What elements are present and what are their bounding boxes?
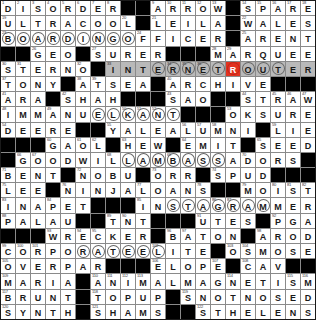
cell-r8c21[interactable]: E: [301, 107, 315, 121]
cell-r11c10[interactable]: A: [136, 153, 150, 167]
cell-r11c17[interactable]: 70D: [241, 153, 255, 167]
cell-r3c5[interactable]: D: [61, 31, 75, 45]
cell-r11c5[interactable]: D: [61, 153, 75, 167]
cell-r21c1[interactable]: 120S: [1, 305, 15, 319]
cell-r19c21[interactable]: 116M: [301, 274, 315, 288]
cell-r2c12[interactable]: E: [166, 16, 180, 30]
cursor-cell-r5c16[interactable]: R: [226, 62, 240, 76]
cell-r11c2[interactable]: 66G: [16, 153, 30, 167]
cell-r4c16[interactable]: 29A: [226, 47, 240, 61]
cell-r15c16[interactable]: E: [226, 214, 240, 228]
cell-r18c18[interactable]: A: [256, 259, 270, 273]
cell-r14c17[interactable]: A: [241, 198, 255, 212]
cell-r4c11[interactable]: R: [151, 47, 165, 61]
cell-r5c19[interactable]: T: [271, 62, 285, 76]
cell-r18c1[interactable]: 105O: [1, 259, 15, 273]
cell-r17c11[interactable]: 102L: [151, 244, 165, 258]
cell-r3c12[interactable]: I: [166, 31, 180, 45]
cell-r20c21[interactable]: D: [301, 290, 315, 304]
cell-r16c18[interactable]: 98A: [256, 229, 270, 243]
cell-r21c8[interactable]: H: [106, 305, 120, 319]
cell-r13c18[interactable]: O: [256, 183, 270, 197]
cell-r13c10[interactable]: 77L: [136, 183, 150, 197]
cell-r2c15[interactable]: A: [211, 16, 225, 30]
cell-r21c11[interactable]: S: [151, 305, 165, 319]
cell-r11c16[interactable]: A: [226, 153, 240, 167]
cell-r12c7[interactable]: O: [91, 168, 105, 182]
cell-r21c10[interactable]: M: [136, 305, 150, 319]
cell-r21c21[interactable]: S: [301, 305, 315, 319]
cell-r20c19[interactable]: S: [271, 290, 285, 304]
cell-r3c17[interactable]: 25A: [241, 31, 255, 45]
cell-r13c1[interactable]: 75L: [1, 183, 15, 197]
cell-r12c6[interactable]: 72N: [76, 168, 90, 182]
cell-r19c2[interactable]: A: [16, 274, 30, 288]
cell-r15c15[interactable]: T: [211, 214, 225, 228]
cell-r6c9[interactable]: E: [121, 77, 135, 91]
cell-r13c20[interactable]: 81S: [286, 183, 300, 197]
cell-r4c17[interactable]: R: [241, 47, 255, 61]
cell-r20c3[interactable]: U: [31, 290, 45, 304]
cell-r14c19[interactable]: M: [271, 198, 285, 212]
cell-r3c13[interactable]: C: [181, 31, 195, 45]
cell-r12c8[interactable]: B: [106, 168, 120, 182]
cell-r8c19[interactable]: U: [271, 107, 285, 121]
cell-r5c18[interactable]: U: [256, 62, 270, 76]
cell-r1c1[interactable]: 1D: [1, 1, 15, 15]
cell-r3c3[interactable]: A: [31, 31, 45, 45]
cell-r21c7[interactable]: 121S: [91, 305, 105, 319]
cell-r18c2[interactable]: V: [16, 259, 30, 273]
cell-r9c8[interactable]: 55Y: [106, 123, 120, 137]
cell-r8c7[interactable]: E: [91, 107, 105, 121]
cell-r14c14[interactable]: A: [196, 198, 210, 212]
cell-r1c21[interactable]: 18E: [301, 1, 315, 15]
cell-r17c1[interactable]: 99C: [1, 244, 15, 258]
cell-r19c11[interactable]: A: [151, 274, 165, 288]
cell-r21c2[interactable]: Y: [16, 305, 30, 319]
cell-r20c10[interactable]: U: [136, 290, 150, 304]
cell-r6c6[interactable]: 38A: [76, 77, 90, 91]
cell-r10c14[interactable]: M: [196, 138, 210, 152]
cell-r2c21[interactable]: S: [301, 16, 315, 30]
cell-r16c5[interactable]: R: [61, 229, 75, 243]
cell-r10c13[interactable]: 64E: [181, 138, 195, 152]
cell-r8c3[interactable]: M: [31, 107, 45, 121]
cell-r9c14[interactable]: 57U: [196, 123, 210, 137]
cell-r17c19[interactable]: O: [271, 244, 285, 258]
cell-r1c3[interactable]: 3S: [31, 1, 45, 15]
cell-r14c2[interactable]: N: [16, 198, 30, 212]
cell-r20c4[interactable]: N: [46, 290, 60, 304]
cell-r15c10[interactable]: T: [136, 214, 150, 228]
cell-r5c14[interactable]: 36E: [196, 62, 210, 76]
cell-r19c20[interactable]: 115S: [286, 274, 300, 288]
cell-r9c3[interactable]: E: [31, 123, 45, 137]
cell-r9c16[interactable]: N: [226, 123, 240, 137]
cell-r14c3[interactable]: A: [31, 198, 45, 212]
cell-r6c13[interactable]: R: [181, 77, 195, 91]
cell-r1c19[interactable]: 16A: [271, 1, 285, 15]
cell-r3c2[interactable]: O: [16, 31, 30, 45]
cell-r7c6[interactable]: H: [76, 92, 90, 106]
cell-r13c14[interactable]: 78S: [196, 183, 210, 197]
cell-r12c11[interactable]: 73O: [151, 168, 165, 182]
cell-r11c9[interactable]: L: [121, 153, 135, 167]
cell-r14c10[interactable]: 85I: [136, 198, 150, 212]
cell-r21c16[interactable]: H: [226, 305, 240, 319]
cell-r2c3[interactable]: T: [31, 16, 45, 30]
cell-r19c3[interactable]: R: [31, 274, 45, 288]
cell-r4c5[interactable]: O: [61, 47, 75, 61]
cell-r17c17[interactable]: 104S: [241, 244, 255, 258]
cell-r4c19[interactable]: U: [271, 47, 285, 61]
cell-r21c9[interactable]: A: [121, 305, 135, 319]
cell-r5c13[interactable]: 35N: [181, 62, 195, 76]
cell-r13c7[interactable]: N: [91, 183, 105, 197]
cell-r11c18[interactable]: O: [256, 153, 270, 167]
cell-r18c17[interactable]: 108C: [241, 259, 255, 273]
cell-r17c9[interactable]: E: [121, 244, 135, 258]
cell-r7c5[interactable]: 42S: [61, 92, 75, 106]
cell-r21c4[interactable]: T: [46, 305, 60, 319]
cell-r5c5[interactable]: N: [61, 62, 75, 76]
cell-r1c18[interactable]: 15P: [256, 1, 270, 15]
cell-r19c15[interactable]: G: [211, 274, 225, 288]
cell-r15c14[interactable]: 91U: [196, 214, 210, 228]
cell-r18c11[interactable]: 106E: [151, 259, 165, 273]
cell-r5c15[interactable]: T: [211, 62, 225, 76]
cell-r9c5[interactable]: E: [61, 123, 75, 137]
cell-r16c15[interactable]: O: [211, 229, 225, 243]
cell-r1c4[interactable]: 4O: [46, 1, 60, 15]
cell-r2c11[interactable]: 21L: [151, 16, 165, 30]
cell-r18c7[interactable]: R: [91, 259, 105, 273]
cell-r17c18[interactable]: M: [256, 244, 270, 258]
cell-r18c12[interactable]: L: [166, 259, 180, 273]
cell-r10c20[interactable]: E: [286, 138, 300, 152]
cell-r18c3[interactable]: E: [31, 259, 45, 273]
cell-r2c8[interactable]: O: [106, 16, 120, 30]
cell-r2c9[interactable]: 20L: [121, 16, 135, 30]
cell-r20c5[interactable]: T: [61, 290, 75, 304]
cell-r21c15[interactable]: T: [211, 305, 225, 319]
cell-r21c17[interactable]: E: [241, 305, 255, 319]
cell-r20c17[interactable]: N: [241, 290, 255, 304]
cell-r3c7[interactable]: N: [91, 31, 105, 45]
cell-r12c12[interactable]: R: [166, 168, 180, 182]
cell-r3c15[interactable]: R: [211, 31, 225, 45]
cell-r11c19[interactable]: R: [271, 153, 285, 167]
cell-r17c8[interactable]: T: [106, 244, 120, 258]
cell-r3c19[interactable]: E: [271, 31, 285, 45]
cell-r7c12[interactable]: 43S: [166, 92, 180, 106]
cell-r20c1[interactable]: 117B: [1, 290, 15, 304]
cell-r20c18[interactable]: O: [256, 290, 270, 304]
cell-r12c3[interactable]: N: [31, 168, 45, 182]
cell-r1c14[interactable]: 12O: [196, 1, 210, 15]
cell-r16c16[interactable]: N: [226, 229, 240, 243]
cell-r8c1[interactable]: 48I: [1, 107, 15, 121]
cell-r15c9[interactable]: 90N: [121, 214, 135, 228]
cell-r17c3[interactable]: 101R: [31, 244, 45, 258]
cell-r18c15[interactable]: 107E: [211, 259, 225, 273]
cell-r3c6[interactable]: I: [76, 31, 90, 45]
cell-r19c17[interactable]: E: [241, 274, 255, 288]
cell-r8c10[interactable]: 51A: [136, 107, 150, 121]
cell-r17c12[interactable]: I: [166, 244, 180, 258]
cell-r13c19[interactable]: 80I: [271, 183, 285, 197]
cell-r3c21[interactable]: T: [301, 31, 315, 45]
cell-r5c3[interactable]: E: [31, 62, 45, 76]
cell-r11c3[interactable]: 67O: [31, 153, 45, 167]
cell-r7c2[interactable]: R: [16, 92, 30, 106]
cell-r5c20[interactable]: E: [286, 62, 300, 76]
cell-r12c18[interactable]: D: [256, 168, 270, 182]
cell-r4c8[interactable]: U: [106, 47, 120, 61]
cell-r19c1[interactable]: 109M: [1, 274, 15, 288]
cell-r2c4[interactable]: R: [46, 16, 60, 30]
cell-r11c11[interactable]: M: [151, 153, 165, 167]
cell-r10c6[interactable]: 61O: [76, 138, 90, 152]
cell-r1c5[interactable]: 5R: [61, 1, 75, 15]
cell-r10c11[interactable]: W: [151, 138, 165, 152]
cell-r7c19[interactable]: 45R: [271, 92, 285, 106]
cell-r19c4[interactable]: I: [46, 274, 60, 288]
cell-r11c20[interactable]: S: [286, 153, 300, 167]
cell-r5c21[interactable]: R: [301, 62, 315, 76]
cell-r15c1[interactable]: 88P: [1, 214, 15, 228]
cell-r1c11[interactable]: 9A: [151, 1, 165, 15]
cell-r2c14[interactable]: L: [196, 16, 210, 30]
cell-r9c17[interactable]: I: [241, 123, 255, 137]
cell-r10c21[interactable]: D: [301, 138, 315, 152]
cell-r9c13[interactable]: 56L: [181, 123, 195, 137]
cell-r3c8[interactable]: G: [106, 31, 120, 45]
cell-r14c18[interactable]: M: [256, 198, 270, 212]
cell-r10c18[interactable]: 65S: [256, 138, 270, 152]
cell-r5c17[interactable]: O: [241, 62, 255, 76]
cell-r15c5[interactable]: U: [61, 214, 75, 228]
cell-r20c8[interactable]: O: [106, 290, 120, 304]
cell-r6c10[interactable]: A: [136, 77, 150, 91]
cell-r1c6[interactable]: 6D: [76, 1, 90, 15]
cell-r3c4[interactable]: R: [46, 31, 60, 45]
cell-r1c2[interactable]: 2I: [16, 1, 30, 15]
cell-r16c20[interactable]: O: [286, 229, 300, 243]
cell-r14c16[interactable]: 87R: [226, 198, 240, 212]
cell-r4c18[interactable]: Q: [256, 47, 270, 61]
cell-r20c13[interactable]: 119S: [181, 290, 195, 304]
cell-r6c1[interactable]: 37T: [1, 77, 15, 91]
cell-r8c8[interactable]: L: [106, 107, 120, 121]
cell-r7c18[interactable]: T: [256, 92, 270, 106]
cell-r17c20[interactable]: S: [286, 244, 300, 258]
cell-r17c16[interactable]: 103O: [226, 244, 240, 258]
cell-r18c13[interactable]: O: [181, 259, 195, 273]
cell-r7c8[interactable]: H: [106, 92, 120, 106]
cell-r7c7[interactable]: A: [91, 92, 105, 106]
cell-r15c4[interactable]: A: [46, 214, 60, 228]
cell-r13c9[interactable]: A: [121, 183, 135, 197]
cell-r20c11[interactable]: P: [151, 290, 165, 304]
cell-r19c14[interactable]: A: [196, 274, 210, 288]
cell-r4c7[interactable]: 27S: [91, 47, 105, 61]
cell-r12c13[interactable]: R: [181, 168, 195, 182]
cell-r1c20[interactable]: 17R: [286, 1, 300, 15]
cell-r11c7[interactable]: I: [91, 153, 105, 167]
cell-r15c21[interactable]: A: [301, 214, 315, 228]
cell-r10c19[interactable]: E: [271, 138, 285, 152]
cell-r6c15[interactable]: H: [211, 77, 225, 91]
cell-r14c5[interactable]: E: [61, 198, 75, 212]
cell-r5c2[interactable]: 31T: [16, 62, 30, 76]
cell-r17c2[interactable]: 100O: [16, 244, 30, 258]
cell-r5c11[interactable]: E: [151, 62, 165, 76]
cell-r4c15[interactable]: 28M: [211, 47, 225, 61]
cell-r14c20[interactable]: E: [286, 198, 300, 212]
cell-r16c10[interactable]: R: [136, 229, 150, 243]
cell-r6c4[interactable]: Y: [46, 77, 60, 91]
cell-r11c6[interactable]: W: [76, 153, 90, 167]
cell-r14c6[interactable]: T: [76, 198, 90, 212]
cell-r10c7[interactable]: 62L: [91, 138, 105, 152]
cell-r12c9[interactable]: U: [121, 168, 135, 182]
cell-r16c4[interactable]: 93W: [46, 229, 60, 243]
cell-r1c15[interactable]: 13W: [211, 1, 225, 15]
cell-r20c2[interactable]: R: [16, 290, 30, 304]
cell-r15c17[interactable]: S: [241, 214, 255, 228]
cell-r13c5[interactable]: 76N: [61, 183, 75, 197]
cell-r18c14[interactable]: P: [196, 259, 210, 273]
cell-r16c8[interactable]: K: [106, 229, 120, 243]
cell-r12c15[interactable]: 74S: [211, 168, 225, 182]
cell-r4c21[interactable]: E: [301, 47, 315, 61]
cell-r18c19[interactable]: V: [271, 259, 285, 273]
cell-r16c6[interactable]: 94E: [76, 229, 90, 243]
cell-r5c8[interactable]: 33I: [106, 62, 120, 76]
cell-r2c7[interactable]: O: [91, 16, 105, 30]
cell-r20c14[interactable]: N: [196, 290, 210, 304]
cell-r3c10[interactable]: 24F: [136, 31, 150, 45]
cell-r15c20[interactable]: G: [286, 214, 300, 228]
cell-r8c9[interactable]: 50K: [121, 107, 135, 121]
cell-r5c6[interactable]: 32O: [76, 62, 90, 76]
cell-r14c21[interactable]: R: [301, 198, 315, 212]
cell-r4c3[interactable]: 26G: [31, 47, 45, 61]
cell-r19c5[interactable]: A: [61, 274, 75, 288]
cell-r16c7[interactable]: 95C: [91, 229, 105, 243]
cell-r6c18[interactable]: E: [256, 77, 270, 91]
cell-r8c11[interactable]: 52N: [151, 107, 165, 121]
cell-r9c19[interactable]: 59L: [271, 123, 285, 137]
cell-r10c10[interactable]: E: [136, 138, 150, 152]
cell-r21c5[interactable]: H: [61, 305, 75, 319]
cell-r6c17[interactable]: V: [241, 77, 255, 91]
cell-r4c10[interactable]: E: [136, 47, 150, 61]
cell-r20c9[interactable]: P: [121, 290, 135, 304]
cell-r6c14[interactable]: C: [196, 77, 210, 91]
cell-r8c16[interactable]: 53O: [226, 107, 240, 121]
cell-r8c17[interactable]: K: [241, 107, 255, 121]
cell-r7c14[interactable]: O: [196, 92, 210, 106]
cell-r13c21[interactable]: 82T: [301, 183, 315, 197]
cell-r8c6[interactable]: U: [76, 107, 90, 121]
cell-r3c14[interactable]: E: [196, 31, 210, 45]
cell-r6c7[interactable]: 39T: [91, 77, 105, 91]
cell-r20c7[interactable]: 118T: [91, 290, 105, 304]
cell-r17c21[interactable]: E: [301, 244, 315, 258]
cell-r12c2[interactable]: E: [16, 168, 30, 182]
cell-r7c3[interactable]: A: [31, 92, 45, 106]
cell-r15c19[interactable]: 92P: [271, 214, 285, 228]
cell-r3c11[interactable]: F: [151, 31, 165, 45]
cell-r19c7[interactable]: 110A: [91, 274, 105, 288]
cell-r17c6[interactable]: R: [76, 244, 90, 258]
cell-r2c2[interactable]: L: [16, 16, 30, 30]
cell-r6c16[interactable]: I: [226, 77, 240, 91]
cell-r20c16[interactable]: T: [226, 290, 240, 304]
cell-r7c17[interactable]: 44S: [241, 92, 255, 106]
cell-r16c21[interactable]: D: [301, 229, 315, 243]
cell-r17c13[interactable]: T: [181, 244, 195, 258]
crossword-grid[interactable]: 1D2I3S4O5R6D7E8R9A10R11R12O13W14S15P16A1…: [0, 0, 316, 320]
cell-r2c20[interactable]: E: [286, 16, 300, 30]
cell-r1c13[interactable]: 11R: [181, 1, 195, 15]
cell-r9c2[interactable]: E: [16, 123, 30, 137]
cell-r19c10[interactable]: 113M: [136, 274, 150, 288]
cell-r7c1[interactable]: 41A: [1, 92, 15, 106]
cell-r1c17[interactable]: 14S: [241, 1, 255, 15]
cell-r2c18[interactable]: A: [256, 16, 270, 30]
cell-r21c3[interactable]: N: [31, 305, 45, 319]
cell-r1c12[interactable]: 10R: [166, 1, 180, 15]
cell-r7c21[interactable]: 47W: [301, 92, 315, 106]
cell-r11c12[interactable]: 69B: [166, 153, 180, 167]
cell-r20c20[interactable]: E: [286, 290, 300, 304]
cell-r4c9[interactable]: R: [121, 47, 135, 61]
cell-r2c5[interactable]: A: [61, 16, 75, 30]
cell-r13c6[interactable]: I: [76, 183, 90, 197]
cell-r9c20[interactable]: I: [286, 123, 300, 137]
cell-r17c4[interactable]: P: [46, 244, 60, 258]
cell-r14c11[interactable]: N: [151, 198, 165, 212]
cell-r11c4[interactable]: O: [46, 153, 60, 167]
cell-r10c5[interactable]: A: [61, 138, 75, 152]
cell-r8c2[interactable]: M: [16, 107, 30, 121]
cell-r5c12[interactable]: 34R: [166, 62, 180, 76]
cell-r2c1[interactable]: 19U: [1, 16, 15, 30]
cell-r2c19[interactable]: L: [271, 16, 285, 30]
cell-r12c1[interactable]: 71B: [1, 168, 15, 182]
cell-r17c14[interactable]: E: [196, 244, 210, 258]
cell-r19c13[interactable]: M: [181, 274, 195, 288]
cell-r14c1[interactable]: 83I: [1, 198, 15, 212]
cell-r10c4[interactable]: 60G: [46, 138, 60, 152]
cell-r13c3[interactable]: E: [31, 183, 45, 197]
cell-r2c13[interactable]: I: [181, 16, 195, 30]
cell-r10c15[interactable]: I: [211, 138, 225, 152]
cell-r4c4[interactable]: E: [46, 47, 60, 61]
cell-r17c7[interactable]: A: [91, 244, 105, 258]
cell-r5c10[interactable]: T: [136, 62, 150, 76]
cell-r14c15[interactable]: 86G: [211, 198, 225, 212]
cell-r19c19[interactable]: I: [271, 274, 285, 288]
cell-r8c4[interactable]: 49A: [46, 107, 60, 121]
cell-r16c9[interactable]: E: [121, 229, 135, 243]
cell-r13c12[interactable]: A: [166, 183, 180, 197]
cell-r6c3[interactable]: N: [31, 77, 45, 91]
